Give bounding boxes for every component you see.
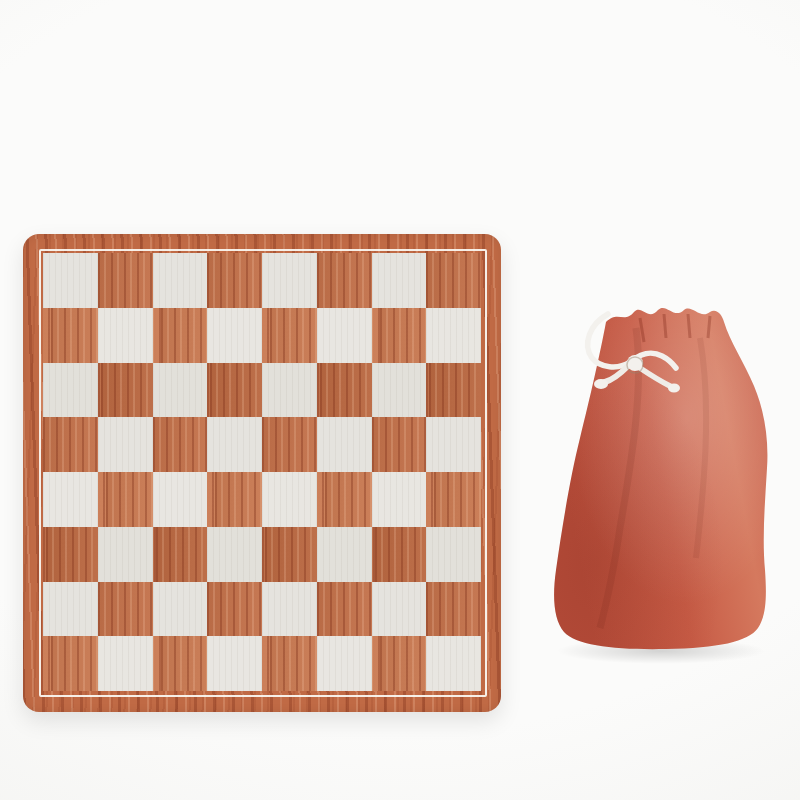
square-b8: [98, 253, 153, 308]
square-b1: [98, 636, 153, 691]
square-h1: [426, 636, 481, 691]
square-g5: [372, 417, 427, 472]
square-d7: [207, 308, 262, 363]
square-h3: [426, 527, 481, 582]
square-h5: [426, 417, 481, 472]
square-f8: [317, 253, 372, 308]
square-a6: [43, 363, 98, 418]
square-c3: [153, 527, 208, 582]
square-f6: [317, 363, 372, 418]
square-g7: [372, 308, 427, 363]
product-photo-scene: ♟♜♞♝♛♚♚♛♝♞♜♟: [0, 0, 800, 800]
square-b3: [98, 527, 153, 582]
square-h4: [426, 472, 481, 527]
square-c1: [153, 636, 208, 691]
square-f4: [317, 472, 372, 527]
square-d5: [207, 417, 262, 472]
square-f3: [317, 527, 372, 582]
square-g8: [372, 253, 427, 308]
square-f5: [317, 417, 372, 472]
square-a4: [43, 472, 98, 527]
square-e2: [262, 582, 317, 637]
square-f1: [317, 636, 372, 691]
piece-lineup: ♟♜♞♝♛♚♚♛♝♞♜♟: [0, 0, 800, 230]
square-g2: [372, 582, 427, 637]
square-e4: [262, 472, 317, 527]
square-g3: [372, 527, 427, 582]
square-a1: [43, 636, 98, 691]
square-f7: [317, 308, 372, 363]
square-d2: [207, 582, 262, 637]
pouch-lowlight: [554, 308, 767, 649]
cord-end-right-tip: [668, 384, 680, 393]
square-b5: [98, 417, 153, 472]
square-c4: [153, 472, 208, 527]
square-d1: [207, 636, 262, 691]
square-a7: [43, 308, 98, 363]
square-h6: [426, 363, 481, 418]
square-g4: [372, 472, 427, 527]
square-d4: [207, 472, 262, 527]
square-a5: [43, 417, 98, 472]
square-d3: [207, 527, 262, 582]
square-g6: [372, 363, 427, 418]
square-d6: [207, 363, 262, 418]
square-h7: [426, 308, 481, 363]
square-c7: [153, 308, 208, 363]
square-f2: [317, 582, 372, 637]
square-c2: [153, 582, 208, 637]
square-a8: [43, 253, 98, 308]
square-a2: [43, 582, 98, 637]
square-e3: [262, 527, 317, 582]
square-b7: [98, 308, 153, 363]
square-c8: [153, 253, 208, 308]
square-b4: [98, 472, 153, 527]
square-b2: [98, 582, 153, 637]
square-e8: [262, 253, 317, 308]
square-d8: [207, 253, 262, 308]
square-b6: [98, 363, 153, 418]
square-h2: [426, 582, 481, 637]
square-c5: [153, 417, 208, 472]
square-e5: [262, 417, 317, 472]
square-c6: [153, 363, 208, 418]
chessboard: [23, 234, 501, 712]
square-e7: [262, 308, 317, 363]
square-g1: [372, 636, 427, 691]
square-a3: [43, 527, 98, 582]
drawstring-pouch: [548, 298, 774, 658]
square-h8: [426, 253, 481, 308]
square-e6: [262, 363, 317, 418]
square-e1: [262, 636, 317, 691]
cord-end-left-tip: [594, 379, 608, 389]
board-grid: [43, 253, 481, 691]
